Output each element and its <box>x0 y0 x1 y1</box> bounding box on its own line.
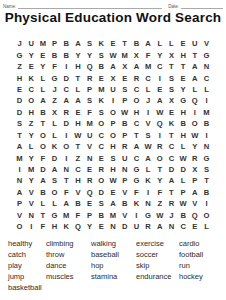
grid-cell: I <box>25 221 37 232</box>
grid-cell: Q <box>72 221 84 232</box>
grid-cell: G <box>131 164 143 175</box>
grid-cell: Y <box>84 49 96 60</box>
grid-cell: Y <box>84 221 96 232</box>
grid-cell: F <box>154 187 166 198</box>
grid-cell: Z <box>14 61 26 72</box>
grid-cell: F <box>60 187 72 198</box>
grid-cell: U <box>119 152 131 163</box>
word-list: healthycatchplayjumpbasketballclimbingth… <box>8 238 224 293</box>
grid-cell: H <box>131 107 143 118</box>
grid-cell: E <box>37 49 49 60</box>
grid-cell: G <box>131 175 143 186</box>
grid-cell: L <box>72 84 84 95</box>
grid-cell: O <box>189 118 201 129</box>
grid-cell: E <box>177 38 189 49</box>
grid-cell: L <box>37 198 49 209</box>
grid-cell: N <box>107 221 119 232</box>
grid-cell: A <box>142 152 154 163</box>
grid-cell: A <box>189 187 201 198</box>
grid-cell: G <box>49 210 61 221</box>
name-label: Name: <box>3 4 18 9</box>
grid-cell: A <box>37 95 49 106</box>
grid-cell: S <box>107 152 119 163</box>
grid-cell: S <box>14 118 26 129</box>
grid-cell: T <box>154 164 166 175</box>
grid-cell: I <box>14 164 26 175</box>
grid-cell: S <box>201 164 213 175</box>
grid-cell: T <box>72 72 84 83</box>
grid-cell: G <box>201 49 213 60</box>
grid-cell: C <box>142 72 154 83</box>
grid-cell: B <box>177 118 189 129</box>
grid-cell: I <box>60 61 72 72</box>
grid-cell: S <box>95 107 107 118</box>
grid-cell: V <box>14 210 26 221</box>
grid-cell: H <box>107 141 119 152</box>
grid-cell: C <box>131 118 143 129</box>
grid-cell: B <box>201 187 213 198</box>
grid-cell: T <box>119 38 131 49</box>
grid-cell: V <box>84 141 96 152</box>
grid-cell: C <box>166 152 178 163</box>
grid-cell: C <box>95 130 107 141</box>
grid-cell: V <box>142 118 154 129</box>
grid-cell: P <box>119 130 131 141</box>
grid-cell: O <box>60 141 72 152</box>
grid-cell: G <box>14 49 26 60</box>
grid-cell: J <box>14 38 26 49</box>
grid-cell: W <box>154 210 166 221</box>
grid-cell: S <box>49 175 61 186</box>
grid-cell: D <box>60 72 72 83</box>
grid-cell: A <box>189 72 201 83</box>
grid-cell: M <box>142 61 154 72</box>
grid-cell: P <box>177 187 189 198</box>
word-list-item: skip <box>136 260 179 271</box>
grid-cell: B <box>95 61 107 72</box>
grid-cell: W <box>72 130 84 141</box>
grid-cell: M <box>60 210 72 221</box>
grid-cell: S <box>142 130 154 141</box>
grid-cell: B <box>49 49 61 60</box>
grid-cell: K <box>142 175 154 186</box>
grid-cell: E <box>119 72 131 83</box>
grid-cell: Z <box>25 118 37 129</box>
grid-cell: A <box>14 141 26 152</box>
grid-cell: X <box>166 49 178 60</box>
grid-cell: A <box>107 198 119 209</box>
grid-cell: Y <box>154 49 166 60</box>
grid-cell: E <box>177 72 189 83</box>
grid-cell: A <box>72 95 84 106</box>
grid-cell: Z <box>72 152 84 163</box>
grid-cell: Q <box>84 187 96 198</box>
grid-cell: P <box>119 175 131 186</box>
grid-cell: A <box>189 61 201 72</box>
grid-cell: H <box>14 72 26 83</box>
grid-cell: O <box>201 210 213 221</box>
grid-cell: F <box>84 107 96 118</box>
grid-cell: T <box>201 175 213 186</box>
grid-cell: V <box>119 187 131 198</box>
grid-cell: T <box>166 130 178 141</box>
grid-cell: L <box>37 84 49 95</box>
grid-cell: M <box>84 118 96 129</box>
grid-cell: R <box>166 198 178 209</box>
grid-cell: D <box>177 164 189 175</box>
grid-cell: S <box>95 49 107 60</box>
grid-cell: K <box>95 38 107 49</box>
grid-cell: U <box>131 221 143 232</box>
grid-cell: A <box>107 61 119 72</box>
grid-cell: Y <box>25 175 37 186</box>
grid-cell: O <box>49 187 61 198</box>
word-list-item: jump <box>8 271 46 282</box>
grid-cell: C <box>177 221 189 232</box>
word-list-column: climbingthrowdancemuscles <box>46 238 91 293</box>
grid-cell: A <box>72 38 84 49</box>
grid-cell: A <box>37 175 49 186</box>
grid-cell: Q <box>189 95 201 106</box>
grid-cell: D <box>14 95 26 106</box>
word-list-column: healthycatchplayjumpbasketball <box>8 238 46 293</box>
grid-cell: Z <box>154 198 166 209</box>
grid-cell: R <box>119 141 131 152</box>
word-list-item: soccer <box>136 249 179 260</box>
grid-cell: K <box>95 95 107 106</box>
word-list-item: endurance <box>136 271 179 282</box>
grid-cell: U <box>84 130 96 141</box>
grid-cell: A <box>49 164 61 175</box>
grid-cell: C <box>131 152 143 163</box>
word-list-column: exercisesoccerskipendurance <box>136 238 179 293</box>
grid-cell: L <box>177 175 189 186</box>
grid-cell: G <box>49 72 61 83</box>
grid-cell: V <box>72 187 84 198</box>
grid-cell: B <box>60 38 72 49</box>
grid-cell: E <box>107 187 119 198</box>
grid-cell: W <box>189 130 201 141</box>
grid-cell: O <box>95 175 107 186</box>
grid-cell: H <box>177 107 189 118</box>
grid-cell: S <box>166 72 178 83</box>
grid-cell: N <box>142 198 154 209</box>
grid-cell: M <box>25 164 37 175</box>
grid-cell: F <box>37 221 49 232</box>
grid-cell: Z <box>49 95 61 106</box>
grid-cell: T <box>189 49 201 60</box>
grid-cell: M <box>119 49 131 60</box>
grid-cell: V <box>25 198 37 209</box>
grid-cell: I <box>142 187 154 198</box>
word-list-item: play <box>8 260 46 271</box>
grid-cell: W <box>107 175 119 186</box>
grid-cell: A <box>131 141 143 152</box>
date-label: Date: <box>168 4 181 9</box>
grid-cell: P <box>107 118 119 129</box>
grid-cell: E <box>72 107 84 118</box>
grid-cell: L <box>177 141 189 152</box>
grid-cell: R <box>154 141 166 152</box>
grid-cell: H <box>49 221 61 232</box>
grid-cell: Y <box>25 130 37 141</box>
grid-cell: D <box>95 187 107 198</box>
grid-cell: R <box>131 72 143 83</box>
grid-cell: A <box>131 61 143 72</box>
word-list-item: run <box>179 260 221 271</box>
grid-cell: B <box>177 210 189 221</box>
grid-cell: J <box>49 84 61 95</box>
grid-cell: A <box>154 221 166 232</box>
grid-cell: M <box>201 107 213 118</box>
grid-cell: I <box>201 130 213 141</box>
grid-cell: X <box>107 72 119 83</box>
grid-cell: G <box>177 95 189 106</box>
grid-cell: X <box>131 49 143 60</box>
grid-cell: K <box>131 198 143 209</box>
page-title: Physical Education Word Search <box>0 10 226 25</box>
grid-cell: O <box>14 221 26 232</box>
grid-cell: O <box>131 95 143 106</box>
grid-cell: W <box>154 107 166 118</box>
grid-cell: E <box>95 72 107 83</box>
grid-cell: G <box>142 210 154 221</box>
grid-cell: O <box>154 152 166 163</box>
grid-cell: M <box>107 210 119 221</box>
grid-cell: D <box>37 164 49 175</box>
grid-cell: N <box>201 61 213 72</box>
grid-cell: O <box>107 130 119 141</box>
grid-cell: X <box>166 95 178 106</box>
grid-cell: L <box>166 38 178 49</box>
grid-cell: C <box>154 61 166 72</box>
grid-cell: F <box>49 61 61 72</box>
grid-cell: H <box>177 49 189 60</box>
grid-cell: N <box>201 141 213 152</box>
grid-cell: N <box>84 152 96 163</box>
grid-cell: O <box>25 95 37 106</box>
grid-cell: F <box>37 152 49 163</box>
grid-cell: X <box>49 107 61 118</box>
word-list-item: dance <box>46 260 91 271</box>
grid-cell: I <box>154 72 166 83</box>
grid-cell: G <box>201 152 213 163</box>
grid-cell: C <box>60 84 72 95</box>
grid-cell: B <box>201 118 213 129</box>
grid-cell: X <box>119 61 131 72</box>
word-list-column: cardiofootballrunhockey <box>179 238 221 293</box>
grid-cell: C <box>25 84 37 95</box>
grid-cell: W <box>177 152 189 163</box>
grid-cell: E <box>166 107 178 118</box>
grid-cell: S <box>119 84 131 95</box>
grid-cell: B <box>119 118 131 129</box>
word-list-item: football <box>179 249 221 260</box>
grid-cell: E <box>95 152 107 163</box>
grid-cell: L <box>37 72 49 83</box>
grid-cell: Y <box>25 152 37 163</box>
grid-cell: E <box>84 198 96 209</box>
grid-cell: H <box>177 130 189 141</box>
grid-cell: U <box>189 38 201 49</box>
grid-cell: F <box>142 49 154 60</box>
word-list-item: basketball <box>8 282 46 293</box>
grid-cell: I <box>154 130 166 141</box>
grid-cell: W <box>142 141 154 152</box>
word-search-grid: JUMPBASKETBALLEUVGYEBBYYSWMXFYXHTGZEYFIH… <box>14 38 213 232</box>
grid-cell: B <box>37 187 49 198</box>
grid-cell: S <box>95 198 107 209</box>
grid-cell: E <box>84 164 96 175</box>
grid-cell: L <box>201 221 213 232</box>
grid-cell: B <box>37 107 49 118</box>
grid-cell: M <box>95 84 107 95</box>
grid-cell: I <box>142 107 154 118</box>
grid-cell: T <box>166 61 178 72</box>
grid-cell: B <box>119 198 131 209</box>
grid-cell: T <box>60 175 72 186</box>
grid-cell: S <box>84 95 96 106</box>
grid-cell: L <box>49 198 61 209</box>
grid-cell: H <box>72 175 84 186</box>
grid-cell: Y <box>189 141 201 152</box>
grid-cell: N <box>166 221 178 232</box>
grid-cell: T <box>166 187 178 198</box>
grid-cell: R <box>95 164 107 175</box>
grid-cell: Y <box>25 49 37 60</box>
grid-cell: L <box>154 38 166 49</box>
grid-cell: K <box>60 221 72 232</box>
grid-cell: K <box>49 141 61 152</box>
grid-cell: R <box>189 152 201 163</box>
word-list-item: muscles <box>46 271 91 282</box>
word-list-item: baseball <box>91 249 136 260</box>
grid-cell: N <box>119 164 131 175</box>
grid-cell: O <box>95 118 107 129</box>
grid-cell: O <box>37 130 49 141</box>
grid-cell: L <box>142 84 154 95</box>
header-line: Name: Date: <box>3 3 223 9</box>
word-list-item: cardio <box>179 238 221 249</box>
grid-cell: L <box>49 118 61 129</box>
grid-cell: T <box>37 210 49 221</box>
grid-cell: V <box>119 210 131 221</box>
grid-cell: P <box>189 175 201 186</box>
grid-cell: T <box>72 141 84 152</box>
grid-cell: P <box>84 84 96 95</box>
grid-cell: D <box>60 118 72 129</box>
word-list-item: exercise <box>136 238 179 249</box>
grid-cell: J <box>142 95 154 106</box>
grid-cell: C <box>166 141 178 152</box>
name-blank-line <box>18 3 162 9</box>
word-list-item: stamina <box>91 271 136 282</box>
grid-cell: P <box>84 210 96 221</box>
grid-cell: R <box>142 221 154 232</box>
grid-cell: C <box>72 164 84 175</box>
grid-cell: R <box>84 175 96 186</box>
grid-cell: I <box>131 210 143 221</box>
grid-cell: V <box>25 187 37 198</box>
grid-cell: H <box>72 61 84 72</box>
grid-cell: Y <box>154 175 166 186</box>
grid-cell: L <box>49 130 61 141</box>
grid-cell: A <box>60 198 72 209</box>
grid-cell: I <box>60 130 72 141</box>
grid-cell: Y <box>37 61 49 72</box>
grid-cell: U <box>107 84 119 95</box>
grid-cell: L <box>25 141 37 152</box>
grid-cell: B <box>95 210 107 221</box>
grid-cell: S <box>84 38 96 49</box>
grid-cell: D <box>119 221 131 232</box>
grid-cell: A <box>142 38 154 49</box>
grid-cell: E <box>189 221 201 232</box>
date-blank-line <box>181 3 223 9</box>
grid-cell: A <box>154 95 166 106</box>
grid-cell: W <box>107 49 119 60</box>
grid-cell: B <box>72 198 84 209</box>
grid-cell: A <box>60 95 72 106</box>
grid-cell: I <box>189 107 201 118</box>
grid-cell: H <box>25 107 37 118</box>
grid-cell: V <box>189 198 201 209</box>
grid-cell: Q <box>154 118 166 129</box>
grid-cell: O <box>37 141 49 152</box>
grid-cell: T <box>131 130 143 141</box>
grid-cell: P <box>119 95 131 106</box>
word-list-item: healthy <box>8 238 46 249</box>
grid-cell: P <box>14 198 26 209</box>
grid-cell: U <box>25 38 37 49</box>
grid-cell: W <box>177 198 189 209</box>
word-list-item: hockey <box>179 271 221 282</box>
word-list-item: climbing <box>46 238 91 249</box>
grid-cell: D <box>14 107 26 118</box>
word-list-item: walking <box>91 238 136 249</box>
grid-cell: T <box>37 118 49 129</box>
grid-cell: P <box>49 38 61 49</box>
grid-cell: B <box>60 49 72 60</box>
grid-cell: N <box>14 175 26 186</box>
grid-cell: L <box>142 164 154 175</box>
grid-cell: Y <box>177 84 189 95</box>
grid-cell: X <box>189 164 201 175</box>
word-list-item: hop <box>91 260 136 271</box>
grid-cell: B <box>131 38 143 49</box>
grid-cell: L <box>189 84 201 95</box>
grid-cell: Q <box>84 61 96 72</box>
grid-cell: T <box>177 61 189 72</box>
grid-cell: Y <box>72 49 84 60</box>
grid-cell: R <box>84 72 96 83</box>
grid-cell: A <box>166 175 178 186</box>
grid-cell: F <box>131 187 143 198</box>
grid-cell: H <box>107 164 119 175</box>
grid-cell: A <box>14 187 26 198</box>
grid-cell: E <box>25 61 37 72</box>
grid-cell: W <box>119 107 131 118</box>
grid-cell: H <box>72 118 84 129</box>
grid-cell: M <box>37 38 49 49</box>
grid-cell: I <box>201 198 213 209</box>
grid-cell: D <box>166 164 178 175</box>
grid-cell: I <box>107 95 119 106</box>
grid-cell: C <box>131 84 143 95</box>
grid-cell: K <box>166 118 178 129</box>
word-list-item: throw <box>46 249 91 260</box>
grid-cell: L <box>201 84 213 95</box>
